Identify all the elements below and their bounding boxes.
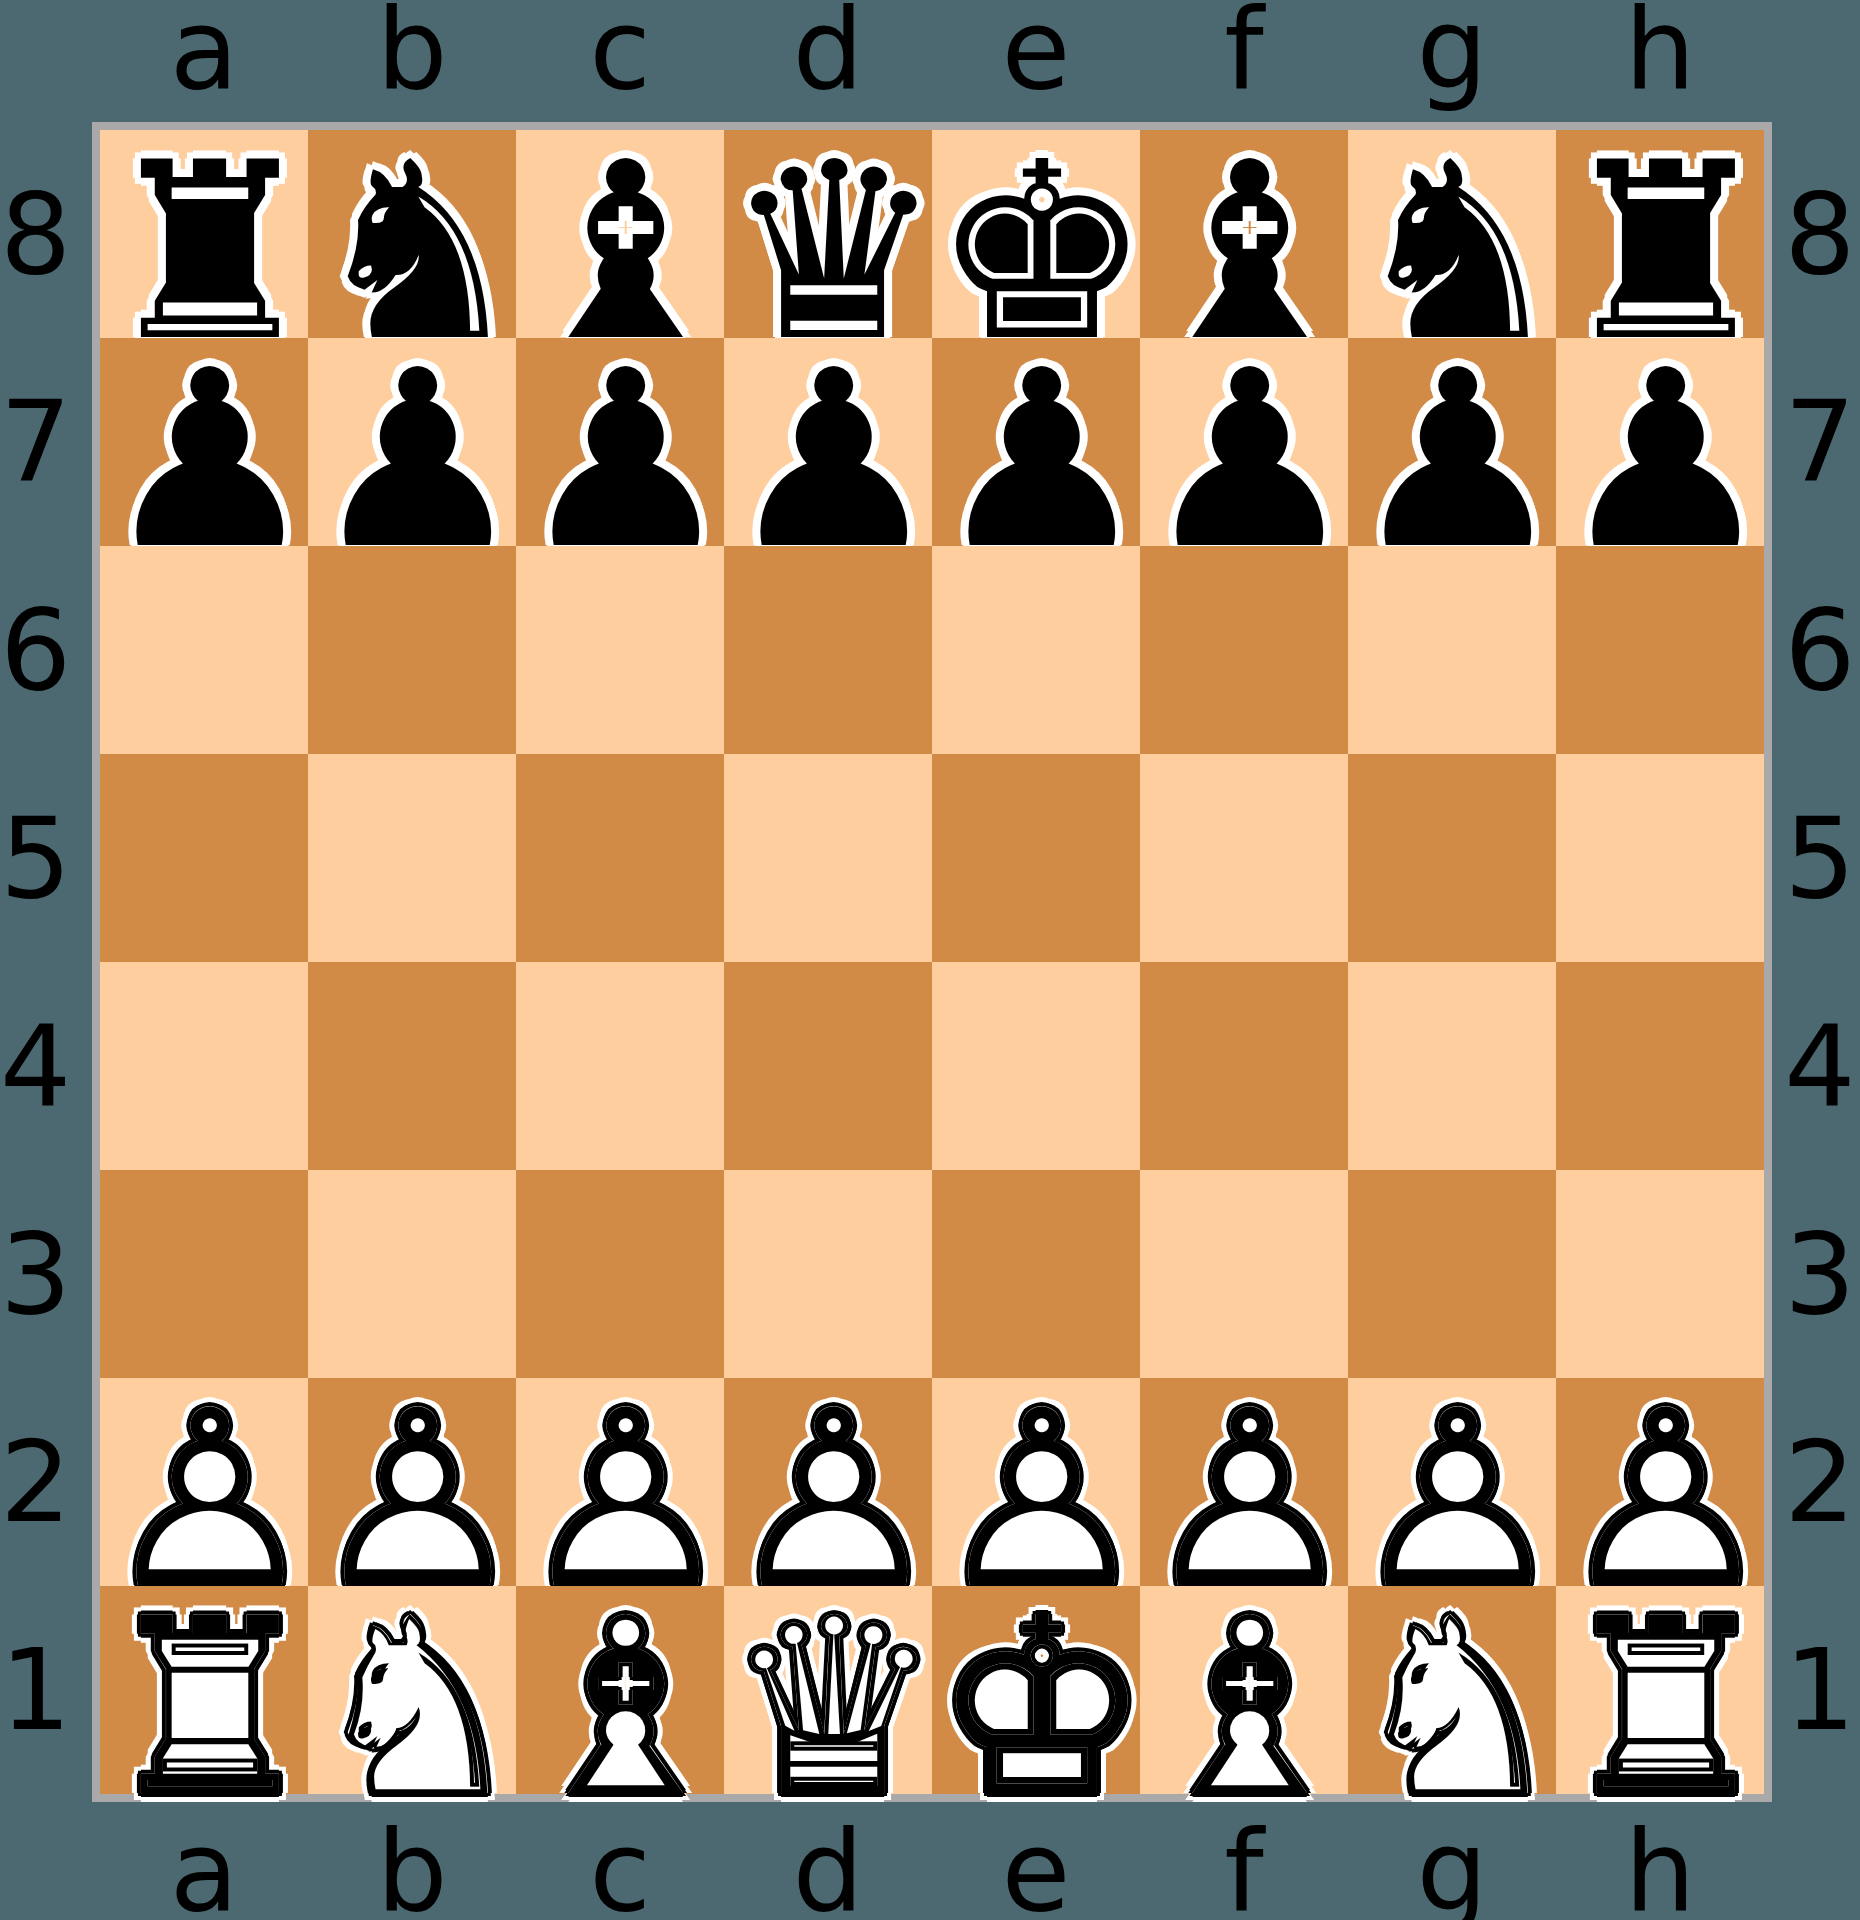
chessboard: ♜♞♝♛♚♝♞♜♟♟♟♟♟♟♟♟♟♙♟♙♟♙♟♙♟♙♟♙♟♙♟♙♜♖♞♘♝♗♛♕… [92,122,1772,1802]
square-b7[interactable]: ♟ [308,338,516,546]
square-h6[interactable] [1556,546,1764,754]
square-f5[interactable] [1140,754,1348,962]
square-g4[interactable] [1348,962,1556,1170]
square-f2[interactable]: ♟♙ [1140,1378,1348,1586]
piece-white-pawn[interactable]: ♟♙ [724,1378,932,1586]
square-c5[interactable] [516,754,724,962]
piece-black-pawn[interactable]: ♟ [308,338,516,546]
square-f1[interactable]: ♝♗ [1140,1586,1348,1794]
piece-white-pawn[interactable]: ♟♙ [1140,1378,1348,1586]
square-h2[interactable]: ♟♙ [1556,1378,1764,1586]
piece-glyph-outline: ♖ [100,1586,320,1831]
piece-glyph-outline: ♘ [1348,1586,1568,1831]
square-g6[interactable] [1348,546,1556,754]
square-d5[interactable] [724,754,932,962]
rank-label-6: 6 [0,594,71,706]
square-e4[interactable] [932,962,1140,1170]
square-b3[interactable] [308,1170,516,1378]
square-a6[interactable] [100,546,308,754]
piece-glyph-outline: ♖ [1556,1586,1776,1831]
piece-white-pawn[interactable]: ♟♙ [932,1378,1140,1586]
piece-white-pawn[interactable]: ♟♙ [308,1378,516,1586]
square-b2[interactable]: ♟♙ [308,1378,516,1586]
square-e7[interactable]: ♟ [932,338,1140,546]
piece-white-pawn[interactable]: ♟♙ [1556,1378,1764,1586]
rank-label-8: 8 [1784,178,1855,290]
square-d1[interactable]: ♛♕ [724,1586,932,1794]
square-h1[interactable]: ♜♖ [1556,1586,1764,1794]
square-a4[interactable] [100,962,308,1170]
piece-white-knight[interactable]: ♞♘ [1348,1586,1556,1794]
piece-glyph-outline: ♕ [724,1586,944,1831]
piece-black-bishop[interactable]: ♝ [516,130,724,338]
piece-white-pawn[interactable]: ♟♙ [100,1378,308,1586]
file-label-e: e [1002,1815,1071,1920]
square-d3[interactable] [724,1170,932,1378]
rank-label-7: 7 [0,386,71,498]
square-c3[interactable] [516,1170,724,1378]
square-b1[interactable]: ♞♘ [308,1586,516,1794]
square-e5[interactable] [932,754,1140,962]
file-label-a: a [170,1815,239,1920]
square-c7[interactable]: ♟ [516,338,724,546]
rank-label-2: 2 [1784,1426,1855,1538]
square-d8[interactable]: ♛ [724,130,932,338]
piece-black-pawn[interactable]: ♟ [1556,338,1764,546]
page: { "game": "chess", "position": "rnbqkbnr… [0,0,1860,1920]
square-d4[interactable] [724,962,932,1170]
square-a5[interactable] [100,754,308,962]
rank-label-3: 3 [1784,1218,1855,1330]
square-f8[interactable]: ♝ [1140,130,1348,338]
file-label-d: d [792,1815,863,1920]
rank-label-1: 1 [0,1634,71,1746]
square-a3[interactable] [100,1170,308,1378]
piece-black-pawn[interactable]: ♟ [100,338,308,546]
file-labels-top: abcdefgh [100,0,1764,122]
square-g7[interactable]: ♟ [1348,338,1556,546]
piece-black-rook[interactable]: ♜ [1556,130,1764,338]
rank-label-5: 5 [1784,802,1855,914]
rank-label-7: 7 [1784,386,1855,498]
file-label-c: c [589,1815,651,1920]
square-g5[interactable] [1348,754,1556,962]
rank-label-4: 4 [0,1010,71,1122]
rank-label-4: 4 [1784,1010,1855,1122]
square-b5[interactable] [308,754,516,962]
piece-black-rook[interactable]: ♜ [100,130,308,338]
square-b4[interactable] [308,962,516,1170]
piece-white-rook[interactable]: ♜♖ [1556,1586,1764,1794]
file-labels-bottom: abcdefgh [100,1802,1764,1920]
rank-labels-right: 87654321 [1780,130,1860,1794]
square-b8[interactable]: ♞ [308,130,516,338]
square-e3[interactable] [932,1170,1140,1378]
file-label-g: g [1416,0,1487,105]
square-f6[interactable] [1140,546,1348,754]
square-h3[interactable] [1556,1170,1764,1378]
square-g3[interactable] [1348,1170,1556,1378]
square-e8[interactable]: ♚ [932,130,1140,338]
file-label-f: f [1224,1815,1263,1920]
square-c6[interactable] [516,546,724,754]
rank-label-6: 6 [1784,594,1855,706]
square-d2[interactable]: ♟♙ [724,1378,932,1586]
square-c1[interactable]: ♝♗ [516,1586,724,1794]
rank-label-5: 5 [0,802,71,914]
square-g8[interactable]: ♞ [1348,130,1556,338]
piece-black-pawn[interactable]: ♟ [932,338,1140,546]
rank-label-3: 3 [0,1218,71,1330]
piece-black-pawn[interactable]: ♟ [1140,338,1348,546]
file-label-h: h [1625,0,1696,105]
piece-glyph-outline: ♗ [516,1586,736,1831]
file-label-c: c [589,0,651,105]
square-f3[interactable] [1140,1170,1348,1378]
file-label-b: b [376,1815,447,1920]
rank-label-8: 8 [0,178,71,290]
piece-white-king[interactable]: ♚♔ [932,1586,1140,1794]
square-c2[interactable]: ♟♙ [516,1378,724,1586]
file-label-a: a [170,0,239,105]
square-d6[interactable] [724,546,932,754]
piece-white-pawn[interactable]: ♟♙ [516,1378,724,1586]
square-c8[interactable]: ♝ [516,130,724,338]
rank-label-1: 1 [1784,1634,1855,1746]
rank-label-2: 2 [0,1426,71,1538]
file-label-g: g [1416,1815,1487,1920]
square-d7[interactable]: ♟ [724,338,932,546]
square-f7[interactable]: ♟ [1140,338,1348,546]
rank-labels-left: 87654321 [0,130,56,1794]
square-g1[interactable]: ♞♘ [1348,1586,1556,1794]
file-label-b: b [376,0,447,105]
square-c4[interactable] [516,962,724,1170]
square-h8[interactable]: ♜ [1556,130,1764,338]
piece-black-knight[interactable]: ♞ [1348,130,1556,338]
square-h4[interactable] [1556,962,1764,1170]
piece-white-queen[interactable]: ♛♕ [724,1586,932,1794]
piece-glyph-outline: ♔ [932,1586,1152,1831]
square-f4[interactable] [1140,962,1348,1170]
square-a7[interactable]: ♟ [100,338,308,546]
piece-glyph-outline: ♘ [308,1586,528,1831]
square-e1[interactable]: ♚♔ [932,1586,1140,1794]
square-h5[interactable] [1556,754,1764,962]
piece-white-rook[interactable]: ♜♖ [100,1586,308,1794]
square-b6[interactable] [308,546,516,754]
piece-white-pawn[interactable]: ♟♙ [1348,1378,1556,1586]
square-a8[interactable]: ♜ [100,130,308,338]
piece-black-queen[interactable]: ♛ [724,130,932,338]
file-label-d: d [792,0,863,105]
square-e2[interactable]: ♟♙ [932,1378,1140,1586]
piece-white-knight[interactable]: ♞♘ [308,1586,516,1794]
file-label-h: h [1625,1815,1696,1920]
piece-black-pawn[interactable]: ♟ [724,338,932,546]
file-label-e: e [1002,0,1071,105]
piece-black-bishop[interactable]: ♝ [1140,130,1348,338]
piece-white-bishop[interactable]: ♝♗ [1140,1586,1348,1794]
piece-glyph-outline: ♗ [1140,1586,1360,1831]
square-a2[interactable]: ♟♙ [100,1378,308,1586]
piece-black-pawn[interactable]: ♟ [516,338,724,546]
square-e6[interactable] [932,546,1140,754]
piece-black-knight[interactable]: ♞ [308,130,516,338]
piece-black-king[interactable]: ♚ [932,130,1140,338]
square-h7[interactable]: ♟ [1556,338,1764,546]
piece-white-bishop[interactable]: ♝♗ [516,1586,724,1794]
square-g2[interactable]: ♟♙ [1348,1378,1556,1586]
file-label-f: f [1224,0,1263,105]
square-a1[interactable]: ♜♖ [100,1586,308,1794]
piece-black-pawn[interactable]: ♟ [1348,338,1556,546]
